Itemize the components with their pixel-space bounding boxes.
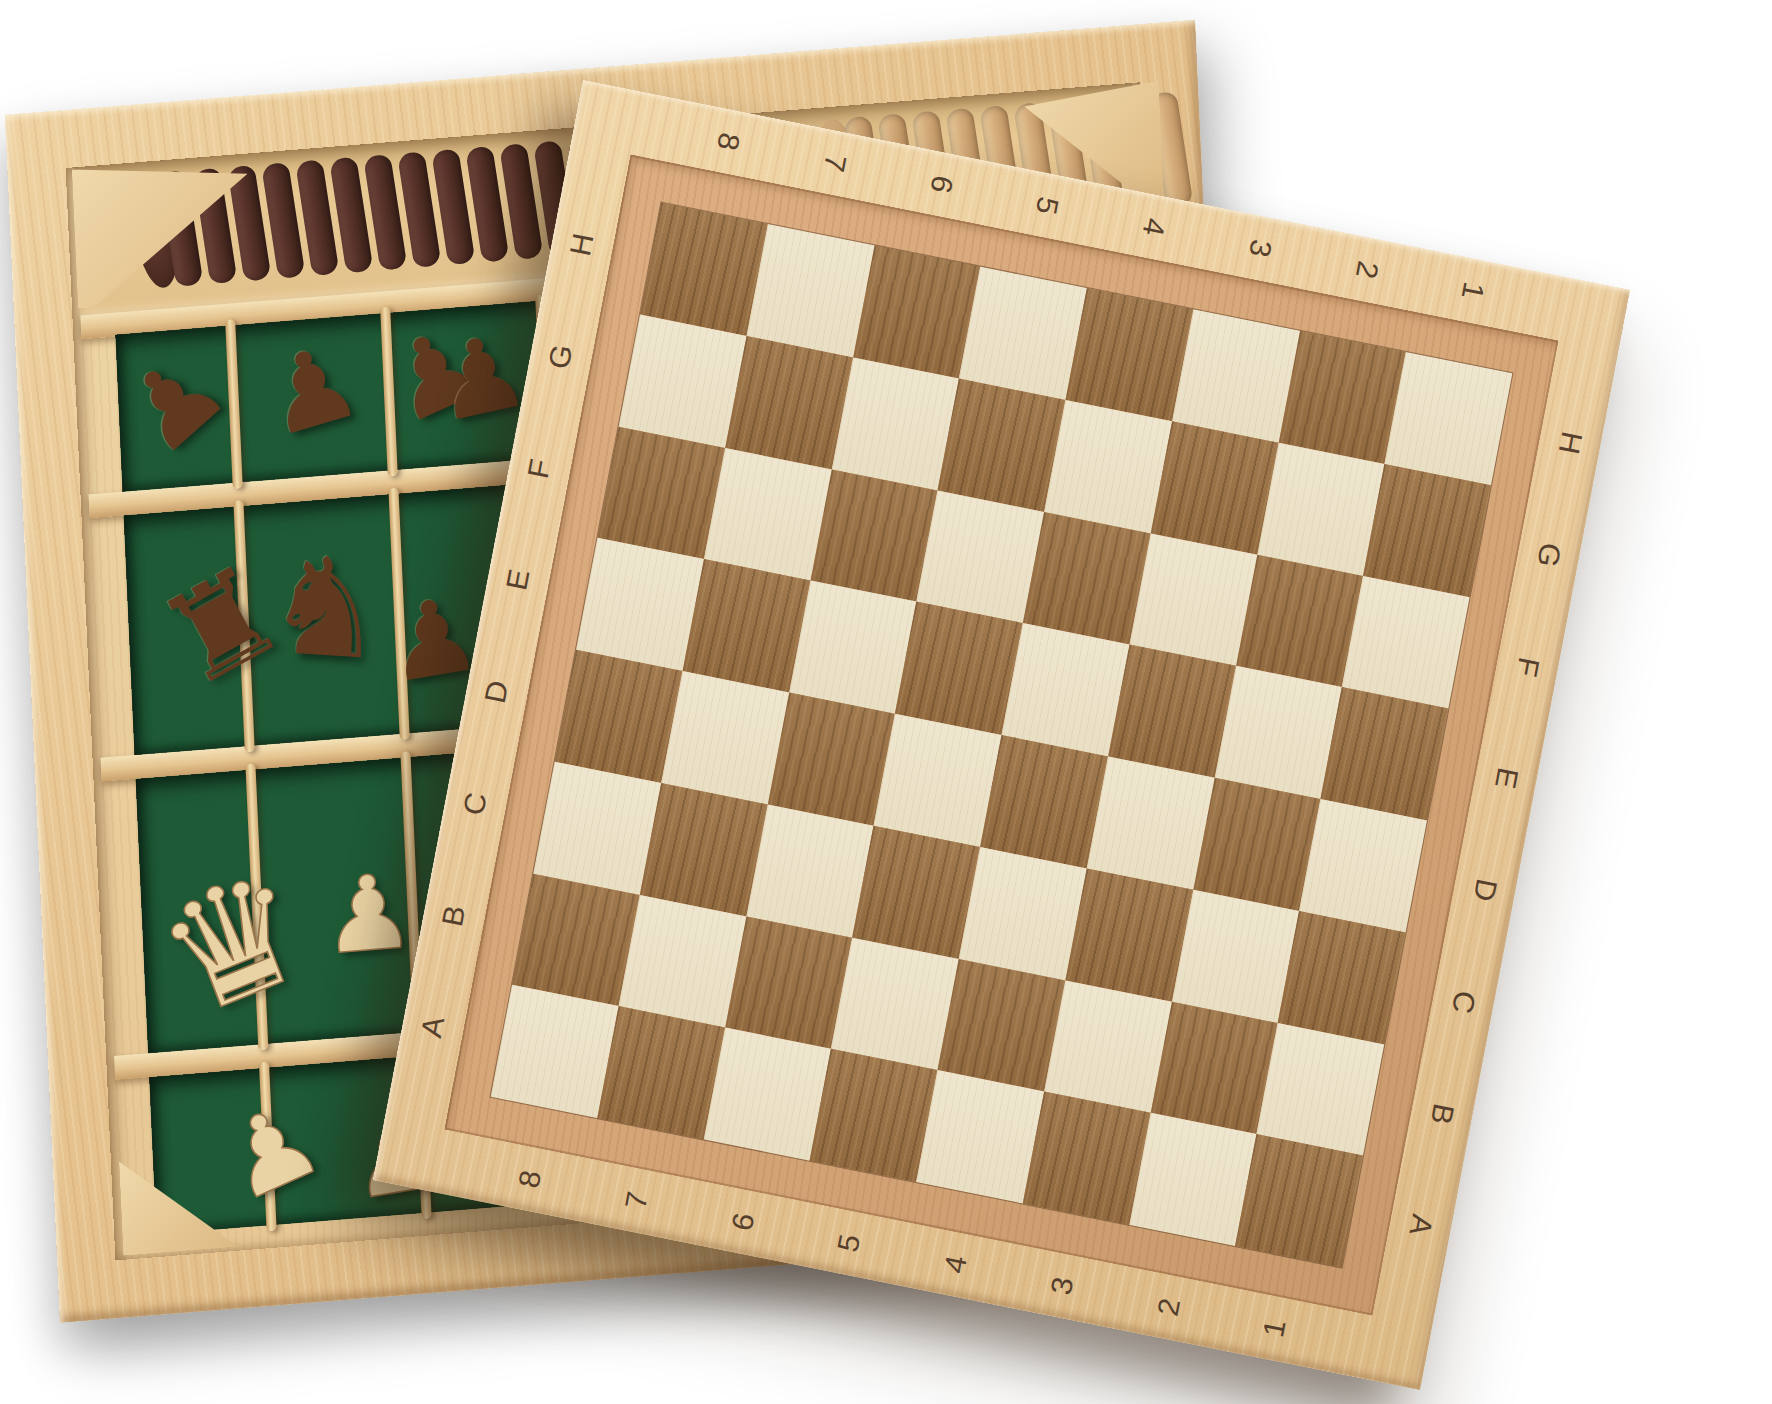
square-b4[interactable] (937, 959, 1065, 1092)
square-b5[interactable] (831, 937, 959, 1070)
square-e6[interactable] (789, 581, 917, 714)
square-b8[interactable] (512, 873, 640, 1006)
square-d7[interactable] (661, 671, 789, 804)
square-a7[interactable] (597, 1006, 725, 1139)
square-c1[interactable] (1278, 911, 1406, 1044)
square-e5[interactable] (895, 602, 1023, 735)
square-h6[interactable] (853, 245, 981, 378)
square-b7[interactable] (618, 895, 746, 1028)
square-f5[interactable] (916, 490, 1044, 623)
dark-knight[interactable]: ♞ (259, 537, 393, 680)
square-g4[interactable] (1044, 400, 1172, 533)
square-g6[interactable] (831, 357, 959, 490)
square-d8[interactable] (555, 650, 683, 783)
square-d4[interactable] (980, 735, 1108, 868)
square-a8[interactable] (491, 985, 619, 1118)
square-g7[interactable] (725, 336, 853, 469)
square-h7[interactable] (746, 224, 874, 357)
square-b2[interactable] (1150, 1001, 1278, 1134)
board-grid (491, 203, 1513, 1268)
square-e2[interactable] (1214, 666, 1342, 799)
square-h4[interactable] (1066, 288, 1194, 421)
square-h1[interactable] (1385, 352, 1513, 485)
square-d3[interactable] (1087, 756, 1215, 889)
square-e7[interactable] (682, 559, 810, 692)
scene: ♟♟♟♟♜♞♟♛♟♟♟♜ 87654321 87654321 HGFEDCBA … (0, 0, 1772, 1404)
square-h2[interactable] (1278, 331, 1406, 464)
square-c3[interactable] (1065, 868, 1193, 1001)
square-f3[interactable] (1129, 533, 1257, 666)
square-e3[interactable] (1108, 645, 1236, 778)
square-e8[interactable] (576, 538, 704, 671)
square-g5[interactable] (938, 378, 1066, 511)
square-c8[interactable] (533, 761, 661, 894)
square-f6[interactable] (810, 469, 938, 602)
square-f1[interactable] (1342, 576, 1470, 709)
square-f7[interactable] (704, 447, 832, 580)
square-a1[interactable] (1235, 1134, 1363, 1267)
square-d6[interactable] (767, 692, 895, 825)
square-a2[interactable] (1129, 1113, 1257, 1246)
square-h8[interactable] (640, 203, 768, 336)
square-a3[interactable] (1023, 1092, 1151, 1225)
square-d5[interactable] (874, 714, 1002, 847)
square-g3[interactable] (1151, 421, 1279, 554)
square-d2[interactable] (1193, 778, 1321, 911)
square-f2[interactable] (1236, 554, 1364, 687)
square-d1[interactable] (1299, 799, 1427, 932)
square-a6[interactable] (703, 1028, 831, 1161)
square-c5[interactable] (852, 825, 980, 958)
square-b1[interactable] (1257, 1023, 1385, 1156)
square-f4[interactable] (1023, 511, 1151, 644)
square-e4[interactable] (1002, 623, 1130, 756)
square-g1[interactable] (1363, 464, 1491, 597)
square-b3[interactable] (1044, 980, 1172, 1113)
square-f8[interactable] (597, 426, 725, 559)
square-h5[interactable] (959, 267, 1087, 400)
chess-board[interactable]: 87654321 87654321 HGFEDCBA HGFEDCBA (373, 80, 1630, 1390)
square-g2[interactable] (1257, 442, 1385, 575)
square-a5[interactable] (810, 1049, 938, 1182)
square-c7[interactable] (640, 783, 768, 916)
square-c2[interactable] (1172, 889, 1300, 1022)
square-g8[interactable] (619, 314, 747, 447)
square-h3[interactable] (1172, 309, 1300, 442)
square-c4[interactable] (959, 847, 1087, 980)
square-e1[interactable] (1321, 687, 1449, 820)
square-c6[interactable] (746, 804, 874, 937)
square-b6[interactable] (725, 916, 853, 1049)
square-a4[interactable] (916, 1070, 1044, 1203)
